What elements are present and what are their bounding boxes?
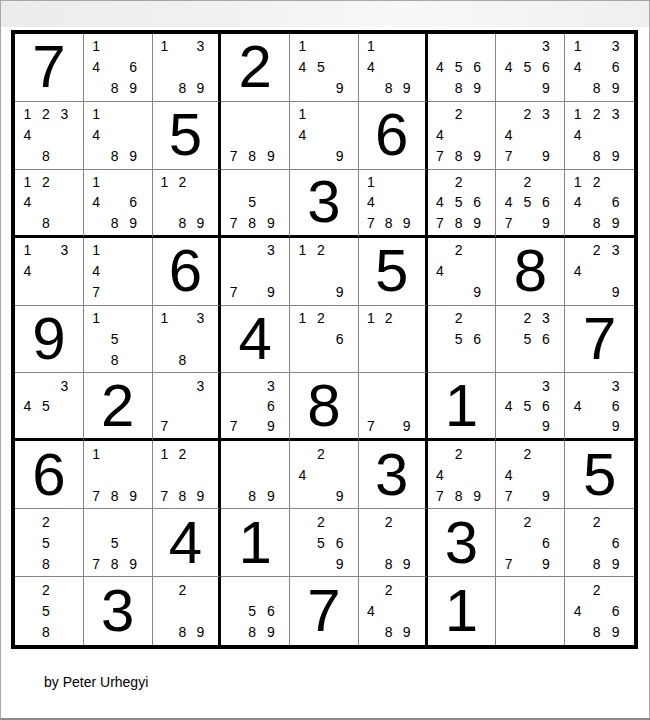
candidate-1 xyxy=(18,375,37,395)
candidate-7: 7 xyxy=(499,212,518,232)
candidate-1 xyxy=(568,240,587,261)
cell-r6c2[interactable]: 2 xyxy=(84,373,153,441)
pencil-marks: 2456789 xyxy=(431,172,487,233)
cell-r4c3[interactable]: 6 xyxy=(153,238,222,306)
cell-r6c1[interactable]: 345 xyxy=(15,373,84,441)
candidate-4 xyxy=(87,532,106,553)
candidate-4 xyxy=(224,464,243,485)
candidate-7: 7 xyxy=(499,146,518,167)
pencil-marks: 1289 xyxy=(156,172,210,233)
candidate-3 xyxy=(262,443,281,464)
candidate-1: 1 xyxy=(87,104,106,125)
pencil-marks: 2489 xyxy=(362,579,416,643)
candidate-9: 9 xyxy=(124,553,143,574)
candidate-8: 8 xyxy=(243,146,262,167)
candidate-3 xyxy=(191,443,209,464)
candidate-4 xyxy=(156,600,174,621)
cell-r6c4[interactable]: 3679 xyxy=(221,373,290,441)
cell-r7c2[interactable]: 1789 xyxy=(84,441,153,509)
candidate-8: 8 xyxy=(173,349,191,370)
candidate-7: 7 xyxy=(362,416,380,436)
candidate-8 xyxy=(449,349,468,370)
cell-r3c8[interactable]: 245679 xyxy=(496,170,565,238)
cell-r2c7[interactable]: 24789 xyxy=(428,102,497,170)
cell-r1c8[interactable]: 34569 xyxy=(496,34,565,102)
cell-r7c9[interactable]: 5 xyxy=(565,441,634,509)
candidate-6 xyxy=(55,600,74,621)
pencil-marks: 79 xyxy=(362,375,416,436)
cell-r4c8[interactable]: 8 xyxy=(496,238,565,306)
candidate-6: 6 xyxy=(537,192,556,212)
candidate-6: 6 xyxy=(262,396,281,416)
cell-r8c4[interactable]: 1 xyxy=(221,509,290,577)
candidate-6 xyxy=(191,600,209,621)
candidate-1 xyxy=(224,443,243,464)
candidate-5: 5 xyxy=(449,192,468,212)
candidate-1: 1 xyxy=(156,36,174,57)
candidate-5 xyxy=(518,600,537,621)
candidate-6 xyxy=(262,125,281,146)
candidate-3 xyxy=(468,36,487,57)
cell-r9c8[interactable] xyxy=(496,577,565,645)
candidate-8: 8 xyxy=(173,78,191,99)
pencil-marks: 12 xyxy=(362,308,416,371)
cell-r6c8[interactable]: 34569 xyxy=(496,373,565,441)
candidate-8 xyxy=(37,416,56,436)
candidate-9: 9 xyxy=(537,78,556,99)
candidate-4 xyxy=(224,396,243,416)
candidate-9: 9 xyxy=(468,212,487,232)
cell-r7c1[interactable]: 6 xyxy=(15,441,84,509)
solved-digit: 8 xyxy=(290,373,358,438)
cell-r2c4[interactable]: 789 xyxy=(221,102,290,170)
candidate-7: 7 xyxy=(224,146,243,167)
pencil-marks: 2356 xyxy=(499,308,555,371)
cell-r5c3[interactable]: 138 xyxy=(153,306,222,374)
candidate-4: 4 xyxy=(499,57,518,78)
candidate-9 xyxy=(124,349,143,370)
candidate-6: 6 xyxy=(330,329,349,350)
cell-r3c1[interactable]: 1248 xyxy=(15,170,84,238)
candidate-4: 4 xyxy=(362,57,380,78)
candidate-6: 6 xyxy=(537,57,556,78)
cell-r6c5[interactable]: 8 xyxy=(290,373,359,441)
candidate-2 xyxy=(449,36,468,57)
cell-r4c5[interactable]: 129 xyxy=(290,238,359,306)
candidate-5 xyxy=(243,125,262,146)
candidate-9: 9 xyxy=(398,78,416,99)
cell-r1c7[interactable]: 45689 xyxy=(428,34,497,102)
cell-r1c5[interactable]: 1459 xyxy=(290,34,359,102)
cell-r4c1[interactable]: 134 xyxy=(15,238,84,306)
pencil-marks: 89 xyxy=(224,443,280,506)
candidate-3 xyxy=(537,511,556,532)
candidate-7 xyxy=(224,485,243,506)
cell-r8c3[interactable]: 4 xyxy=(153,509,222,577)
cell-r7c7[interactable]: 24789 xyxy=(428,441,497,509)
candidate-1 xyxy=(568,511,587,532)
candidate-7 xyxy=(293,349,312,370)
candidate-3 xyxy=(262,104,281,125)
candidate-6 xyxy=(606,261,625,282)
candidate-9: 9 xyxy=(262,282,281,303)
candidate-4 xyxy=(499,600,518,621)
solved-digit: 1 xyxy=(428,577,496,645)
cell-r7c4[interactable]: 89 xyxy=(221,441,290,509)
cell-r8c9[interactable]: 2689 xyxy=(565,509,634,577)
candidate-2: 2 xyxy=(173,579,191,600)
candidate-8: 8 xyxy=(105,212,124,232)
pencil-marks: 2569 xyxy=(293,511,349,574)
pencil-marks xyxy=(499,579,555,643)
candidate-7 xyxy=(431,349,450,370)
cell-r1c3[interactable]: 1389 xyxy=(153,34,222,102)
cell-r9c2[interactable]: 3 xyxy=(84,577,153,645)
cell-r1c9[interactable]: 134689 xyxy=(565,34,634,102)
cell-r5c6[interactable]: 12 xyxy=(359,306,428,374)
cell-r3c7[interactable]: 2456789 xyxy=(428,170,497,238)
candidate-1 xyxy=(87,511,106,532)
cell-r4c6[interactable]: 5 xyxy=(359,238,428,306)
candidate-5 xyxy=(380,329,398,350)
pencil-marks: 34569 xyxy=(499,36,555,99)
candidate-2 xyxy=(105,443,124,464)
pencil-marks: 5789 xyxy=(87,511,143,574)
candidate-3 xyxy=(191,579,209,600)
candidate-8 xyxy=(449,282,468,303)
cell-r9c3[interactable]: 289 xyxy=(153,577,222,645)
candidate-5 xyxy=(587,396,606,416)
cell-r8c5[interactable]: 2569 xyxy=(290,509,359,577)
candidate-2: 2 xyxy=(449,308,468,329)
solved-digit: 8 xyxy=(496,238,564,305)
candidate-6: 6 xyxy=(606,532,625,553)
candidate-4 xyxy=(156,464,174,485)
pencil-marks: 3679 xyxy=(224,375,280,436)
pencil-marks: 256 xyxy=(431,308,487,371)
candidate-1 xyxy=(224,104,243,125)
candidate-3: 3 xyxy=(537,36,556,57)
cell-r9c4[interactable]: 5689 xyxy=(221,577,290,645)
cell-r2c9[interactable]: 123489 xyxy=(565,102,634,170)
solved-digit: 9 xyxy=(15,306,83,373)
candidate-4: 4 xyxy=(568,396,587,416)
solved-digit: 1 xyxy=(221,509,289,576)
candidate-9: 9 xyxy=(124,78,143,99)
candidate-4 xyxy=(87,464,106,485)
candidate-3: 3 xyxy=(537,308,556,329)
candidate-9 xyxy=(191,416,209,436)
candidate-2 xyxy=(105,36,124,57)
candidate-7 xyxy=(362,622,380,643)
cell-r3c5[interactable]: 3 xyxy=(290,170,359,238)
candidate-3: 3 xyxy=(262,375,281,395)
candidate-1: 1 xyxy=(568,104,587,125)
cell-r2c5[interactable]: 149 xyxy=(290,102,359,170)
candidate-3: 3 xyxy=(606,104,625,125)
candidate-6 xyxy=(398,600,416,621)
candidate-7: 7 xyxy=(224,282,243,303)
cell-r9c9[interactable]: 24689 xyxy=(565,577,634,645)
candidate-3 xyxy=(330,36,349,57)
pencil-marks: 5789 xyxy=(224,172,280,233)
cell-r3c3[interactable]: 1289 xyxy=(153,170,222,238)
candidate-7 xyxy=(362,553,380,574)
candidate-9: 9 xyxy=(398,212,416,232)
candidate-3 xyxy=(330,443,349,464)
candidate-4: 4 xyxy=(362,600,380,621)
cell-r4c4[interactable]: 379 xyxy=(221,238,290,306)
candidate-3 xyxy=(124,443,143,464)
candidate-2 xyxy=(105,172,124,192)
candidate-7: 7 xyxy=(224,212,243,232)
candidate-3: 3 xyxy=(606,240,625,261)
candidate-7 xyxy=(499,622,518,643)
candidate-4: 4 xyxy=(18,125,37,146)
cell-r6c3[interactable]: 37 xyxy=(153,373,222,441)
candidate-1: 1 xyxy=(18,240,37,261)
cell-r9c7[interactable]: 1 xyxy=(428,577,497,645)
cell-r1c6[interactable]: 1489 xyxy=(359,34,428,102)
candidate-6 xyxy=(537,464,556,485)
cell-r7c6[interactable]: 3 xyxy=(359,441,428,509)
candidate-6 xyxy=(124,261,143,282)
cell-r7c8[interactable]: 2479 xyxy=(496,441,565,509)
candidate-1: 1 xyxy=(156,443,174,464)
cell-r1c4[interactable]: 2 xyxy=(221,34,290,102)
candidate-4: 4 xyxy=(568,261,587,282)
cell-r5c5[interactable]: 126 xyxy=(290,306,359,374)
candidate-9 xyxy=(55,212,74,232)
candidate-1: 1 xyxy=(293,308,312,329)
pencil-marks: 149 xyxy=(293,104,349,167)
candidate-3 xyxy=(330,240,349,261)
candidate-7: 7 xyxy=(156,416,174,436)
candidate-3 xyxy=(330,511,349,532)
candidate-8 xyxy=(37,282,56,303)
candidate-2: 2 xyxy=(449,104,468,125)
candidate-5 xyxy=(173,396,191,416)
cell-r9c6[interactable]: 2489 xyxy=(359,577,428,645)
candidate-6: 6 xyxy=(262,600,281,621)
candidate-6 xyxy=(124,464,143,485)
candidate-7 xyxy=(431,78,450,99)
solved-digit: 5 xyxy=(565,441,634,508)
cell-r3c9[interactable]: 124689 xyxy=(565,170,634,238)
candidate-5: 5 xyxy=(312,57,331,78)
candidate-9: 9 xyxy=(606,146,625,167)
candidate-4 xyxy=(293,329,312,350)
candidate-2: 2 xyxy=(587,172,606,192)
candidate-8 xyxy=(518,78,537,99)
candidate-2 xyxy=(243,579,262,600)
candidate-5: 5 xyxy=(518,329,537,350)
cell-r5c4[interactable]: 4 xyxy=(221,306,290,374)
candidate-9: 9 xyxy=(124,212,143,232)
candidate-9: 9 xyxy=(330,553,349,574)
pencil-marks: 5689 xyxy=(224,579,280,643)
candidate-5 xyxy=(37,125,56,146)
candidate-5: 5 xyxy=(37,532,56,553)
candidate-8 xyxy=(518,485,537,506)
candidate-9: 9 xyxy=(262,212,281,232)
candidate-6 xyxy=(262,261,281,282)
candidate-3 xyxy=(468,172,487,192)
candidate-4: 4 xyxy=(18,396,37,416)
candidate-3 xyxy=(124,36,143,57)
cell-r8c7[interactable]: 3 xyxy=(428,509,497,577)
candidate-6: 6 xyxy=(468,57,487,78)
cell-r1c2[interactable]: 14689 xyxy=(84,34,153,102)
candidate-9 xyxy=(55,416,74,436)
pencil-marks: 134 xyxy=(18,240,74,303)
candidate-3 xyxy=(537,172,556,192)
pencil-marks: 245679 xyxy=(499,172,555,233)
cell-r9c5[interactable]: 7 xyxy=(290,577,359,645)
cell-r9c1[interactable]: 258 xyxy=(15,577,84,645)
candidate-9 xyxy=(537,349,556,370)
candidate-2 xyxy=(243,104,262,125)
cell-r3c2[interactable]: 14689 xyxy=(84,170,153,238)
candidate-2: 2 xyxy=(37,579,56,600)
cell-r2c2[interactable]: 1489 xyxy=(84,102,153,170)
cell-r5c8[interactable]: 2356 xyxy=(496,306,565,374)
candidate-5 xyxy=(37,261,56,282)
cell-r2c3[interactable]: 5 xyxy=(153,102,222,170)
cell-r8c6[interactable]: 289 xyxy=(359,509,428,577)
cell-r2c8[interactable]: 23479 xyxy=(496,102,565,170)
candidate-3 xyxy=(398,308,416,329)
candidate-7 xyxy=(87,349,106,370)
cell-r4c7[interactable]: 249 xyxy=(428,238,497,306)
candidate-9: 9 xyxy=(606,78,625,99)
candidate-1 xyxy=(156,579,174,600)
candidate-5 xyxy=(105,57,124,78)
candidate-1 xyxy=(293,511,312,532)
solved-digit: 7 xyxy=(290,577,358,645)
candidate-2: 2 xyxy=(587,579,606,600)
cell-r7c5[interactable]: 249 xyxy=(290,441,359,509)
candidate-4 xyxy=(156,396,174,416)
candidate-1 xyxy=(499,375,518,395)
cell-r8c2[interactable]: 5789 xyxy=(84,509,153,577)
candidate-8: 8 xyxy=(449,485,468,506)
candidate-9: 9 xyxy=(606,622,625,643)
candidate-5 xyxy=(449,125,468,146)
candidate-3: 3 xyxy=(191,375,209,395)
candidate-4: 4 xyxy=(18,261,37,282)
candidate-7: 7 xyxy=(156,485,174,506)
candidate-2: 2 xyxy=(518,172,537,192)
cell-r1c1[interactable]: 7 xyxy=(15,34,84,102)
cell-r4c9[interactable]: 2349 xyxy=(565,238,634,306)
candidate-1 xyxy=(224,172,243,192)
pencil-marks: 37 xyxy=(156,375,210,436)
candidate-3: 3 xyxy=(606,375,625,395)
candidate-7: 7 xyxy=(224,416,243,436)
candidate-4: 4 xyxy=(293,464,312,485)
pencil-marks: 12789 xyxy=(156,443,210,506)
candidate-5: 5 xyxy=(243,600,262,621)
candidate-5 xyxy=(243,261,262,282)
candidate-4: 4 xyxy=(293,125,312,146)
candidate-9 xyxy=(55,146,74,167)
window-header xyxy=(1,1,649,27)
candidate-4: 4 xyxy=(568,125,587,146)
pencil-marks: 258 xyxy=(18,579,74,643)
candidate-3 xyxy=(124,172,143,192)
cell-r4c2[interactable]: 147 xyxy=(84,238,153,306)
candidate-8 xyxy=(105,282,124,303)
cell-r6c9[interactable]: 3469 xyxy=(565,373,634,441)
cell-r6c6[interactable]: 79 xyxy=(359,373,428,441)
cell-r5c1[interactable]: 9 xyxy=(15,306,84,374)
candidate-6 xyxy=(124,532,143,553)
cell-r3c6[interactable]: 14789 xyxy=(359,170,428,238)
cell-r2c1[interactable]: 12348 xyxy=(15,102,84,170)
candidate-1: 1 xyxy=(87,172,106,192)
candidate-1 xyxy=(18,579,37,600)
candidate-7 xyxy=(87,78,106,99)
cell-r8c8[interactable]: 2679 xyxy=(496,509,565,577)
candidate-8: 8 xyxy=(37,553,56,574)
candidate-9: 9 xyxy=(606,212,625,232)
candidate-9: 9 xyxy=(606,416,625,436)
candidate-1: 1 xyxy=(362,36,380,57)
cell-r2c6[interactable]: 6 xyxy=(359,102,428,170)
candidate-9: 9 xyxy=(398,553,416,574)
candidate-1 xyxy=(499,36,518,57)
candidate-8: 8 xyxy=(380,212,398,232)
pencil-marks: 1389 xyxy=(156,36,210,99)
candidate-7: 7 xyxy=(87,485,106,506)
candidate-7: 7 xyxy=(499,485,518,506)
cell-r7c3[interactable]: 12789 xyxy=(153,441,222,509)
pencil-marks: 123489 xyxy=(568,104,625,167)
candidate-8: 8 xyxy=(37,212,56,232)
pencil-marks: 24789 xyxy=(431,443,487,506)
candidate-2: 2 xyxy=(587,511,606,532)
candidate-9 xyxy=(330,349,349,370)
candidate-2 xyxy=(243,443,262,464)
candidate-3 xyxy=(55,511,74,532)
cell-r3c4[interactable]: 5789 xyxy=(221,170,290,238)
candidate-5 xyxy=(105,125,124,146)
cell-r5c2[interactable]: 158 xyxy=(84,306,153,374)
cell-r5c9[interactable]: 7 xyxy=(565,306,634,374)
candidate-8: 8 xyxy=(449,212,468,232)
pencil-marks: 129 xyxy=(293,240,349,303)
candidate-8 xyxy=(587,416,606,436)
candidate-2: 2 xyxy=(380,308,398,329)
candidate-5 xyxy=(587,532,606,553)
candidate-5 xyxy=(173,464,191,485)
candidate-1: 1 xyxy=(87,240,106,261)
candidate-2: 2 xyxy=(312,308,331,329)
candidate-8 xyxy=(518,146,537,167)
candidate-3 xyxy=(55,172,74,192)
candidate-7 xyxy=(293,78,312,99)
candidate-8 xyxy=(312,553,331,574)
pencil-marks: 289 xyxy=(156,579,210,643)
candidate-6 xyxy=(330,261,349,282)
cell-r5c7[interactable]: 256 xyxy=(428,306,497,374)
candidate-3 xyxy=(191,172,209,192)
cell-r8c1[interactable]: 258 xyxy=(15,509,84,577)
candidate-4 xyxy=(293,261,312,282)
pencil-marks: 345 xyxy=(18,375,74,436)
cell-r6c7[interactable]: 1 xyxy=(428,373,497,441)
